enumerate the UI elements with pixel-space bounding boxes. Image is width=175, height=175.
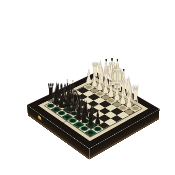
chess-set-photo: ♜♞♝♛♚♝♞♜♟♟♟♟♟♟♟♟♟♟♟♟♟♟♟♟♜♞♝♛♚♝♞♜ bbox=[0, 0, 175, 175]
brass-latch-icon bbox=[38, 115, 41, 120]
black-rook: ♜ bbox=[86, 106, 95, 133]
white-pawn: ♟ bbox=[126, 92, 133, 112]
chess-board: ♜♞♝♛♚♝♞♜♟♟♟♟♟♟♟♟♟♟♟♟♟♟♟♟♜♞♝♛♚♝♞♜ bbox=[27, 72, 160, 149]
